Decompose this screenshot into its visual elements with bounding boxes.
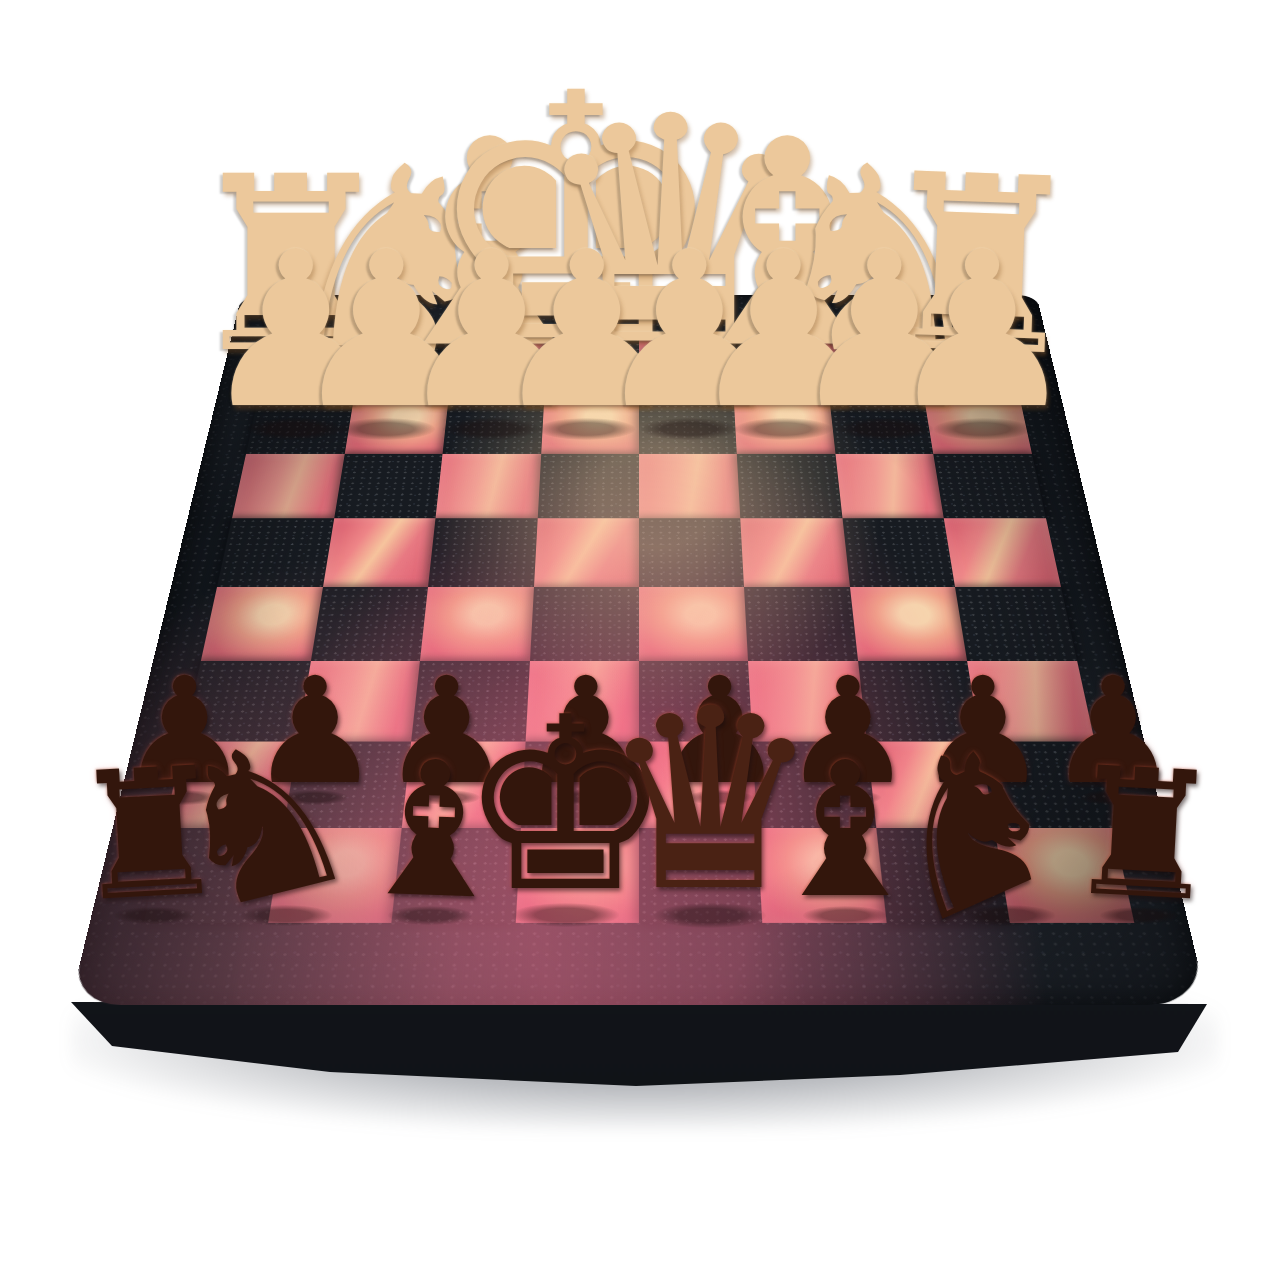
chessboard-photo: ♜♞♝♚♛♝♞♜♟♟♟♟♟♟♟♟♟♟♟♟♟♟♟♟♜♞♝♚♛♝♞♜ xyxy=(0,0,1280,1280)
board-grid xyxy=(144,338,1134,923)
square-e4 xyxy=(534,518,639,587)
square-b4 xyxy=(842,518,955,587)
square-h7 xyxy=(165,741,298,828)
square-d5 xyxy=(639,587,748,661)
square-h2 xyxy=(246,394,354,454)
square-c7 xyxy=(753,741,876,828)
square-b1 xyxy=(823,338,924,394)
square-a4 xyxy=(944,518,1061,587)
square-c8 xyxy=(758,828,887,922)
square-e7 xyxy=(520,741,639,828)
square-g2 xyxy=(344,394,449,454)
square-c4 xyxy=(741,518,850,587)
square-a1 xyxy=(915,338,1019,394)
square-h8 xyxy=(144,828,283,922)
square-a7 xyxy=(981,741,1114,828)
square-h3 xyxy=(232,454,344,518)
square-c1 xyxy=(731,338,829,394)
square-c5 xyxy=(744,587,858,661)
square-f5 xyxy=(420,587,534,661)
square-g7 xyxy=(283,741,411,828)
square-g6 xyxy=(297,661,420,741)
square-g5 xyxy=(310,587,428,661)
square-e5 xyxy=(529,587,638,661)
square-h4 xyxy=(217,518,334,587)
square-a8 xyxy=(995,828,1134,922)
square-h6 xyxy=(184,661,311,741)
square-d7 xyxy=(639,741,758,828)
square-b7 xyxy=(867,741,995,828)
square-f8 xyxy=(391,828,520,922)
square-c3 xyxy=(737,454,842,518)
square-h1 xyxy=(259,338,363,394)
square-f2 xyxy=(443,394,544,454)
square-g8 xyxy=(268,828,402,922)
square-g3 xyxy=(334,454,443,518)
square-a2 xyxy=(924,394,1032,454)
square-b8 xyxy=(876,828,1010,922)
square-c6 xyxy=(749,661,867,741)
square-c2 xyxy=(734,394,835,454)
square-a6 xyxy=(967,661,1094,741)
square-d2 xyxy=(639,394,737,454)
square-g4 xyxy=(323,518,436,587)
square-f1 xyxy=(449,338,547,394)
square-e8 xyxy=(515,828,639,922)
square-e3 xyxy=(537,454,639,518)
square-d1 xyxy=(639,338,734,394)
square-e1 xyxy=(544,338,639,394)
square-a5 xyxy=(955,587,1077,661)
square-d6 xyxy=(639,661,753,741)
square-f6 xyxy=(411,661,529,741)
square-b5 xyxy=(850,587,968,661)
square-f3 xyxy=(436,454,541,518)
square-g1 xyxy=(354,338,455,394)
square-e6 xyxy=(525,661,639,741)
square-f4 xyxy=(428,518,537,587)
square-d3 xyxy=(639,454,741,518)
square-e2 xyxy=(541,394,639,454)
square-f7 xyxy=(402,741,525,828)
square-a3 xyxy=(934,454,1046,518)
square-h5 xyxy=(201,587,323,661)
square-d8 xyxy=(639,828,763,922)
square-b6 xyxy=(858,661,981,741)
square-d4 xyxy=(639,518,744,587)
square-b3 xyxy=(835,454,944,518)
square-b2 xyxy=(829,394,934,454)
